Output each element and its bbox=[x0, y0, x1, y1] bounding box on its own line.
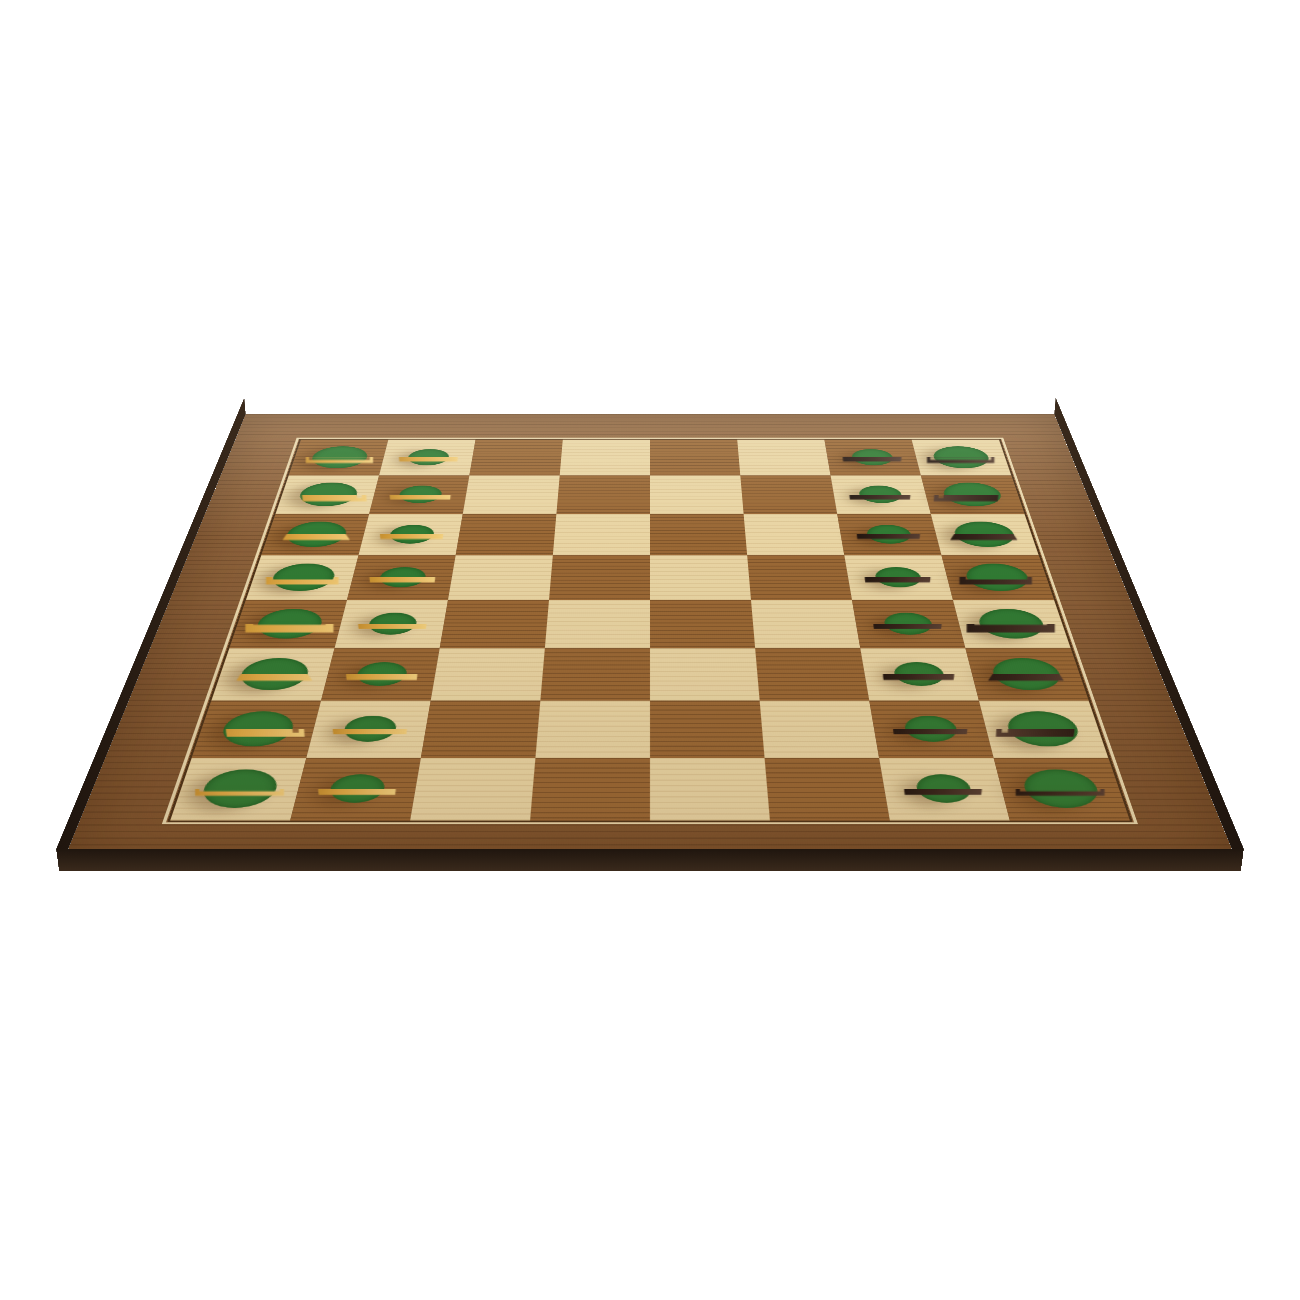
square-d6[interactable] bbox=[747, 555, 852, 600]
square-h4[interactable] bbox=[530, 758, 650, 821]
square-h6[interactable] bbox=[765, 758, 890, 821]
square-d5[interactable] bbox=[650, 555, 751, 600]
chessboard: ♜♟♟♜♞♟♟♞♝♟♟♝♛♟♟♛♚♟♟♚♝♟♟♝♞♟♟♞♜♟♟♜ bbox=[59, 414, 1241, 871]
square-b5[interactable] bbox=[650, 476, 744, 514]
square-g5[interactable] bbox=[650, 701, 765, 758]
square-e5[interactable] bbox=[650, 600, 755, 648]
square-c3[interactable] bbox=[456, 514, 557, 555]
square-b3[interactable] bbox=[463, 476, 560, 514]
square-h5[interactable] bbox=[650, 758, 770, 821]
square-g4[interactable] bbox=[535, 701, 650, 758]
square-g3[interactable] bbox=[421, 701, 540, 758]
square-a3[interactable] bbox=[469, 440, 562, 476]
square-h3[interactable] bbox=[410, 758, 535, 821]
square-f3[interactable] bbox=[431, 648, 545, 700]
chessboard-scene: ♜♟♟♜♞♟♟♞♝♟♟♝♛♟♟♛♚♟♟♚♝♟♟♝♞♟♟♞♜♟♟♜ bbox=[0, 0, 1300, 1300]
square-d3[interactable] bbox=[448, 555, 553, 600]
square-h8[interactable]: ♜ bbox=[994, 758, 1130, 821]
square-c6[interactable] bbox=[744, 514, 845, 555]
square-f5[interactable] bbox=[650, 648, 760, 700]
product-photo: ♜♟♟♜♞♟♟♞♝♟♟♝♛♟♟♛♚♟♟♚♝♟♟♝♞♟♟♞♜♟♟♜ bbox=[0, 0, 1300, 1300]
square-a5[interactable] bbox=[650, 440, 740, 476]
square-d4[interactable] bbox=[549, 555, 650, 600]
square-e6[interactable] bbox=[751, 600, 860, 648]
square-g6[interactable] bbox=[760, 701, 879, 758]
square-a4[interactable] bbox=[560, 440, 650, 476]
board-field: ♜♟♟♜♞♟♟♞♝♟♟♝♛♟♟♛♚♟♟♚♝♟♟♝♞♟♟♞♜♟♟♜ bbox=[167, 439, 1132, 822]
square-b4[interactable] bbox=[556, 476, 650, 514]
square-f6[interactable] bbox=[755, 648, 869, 700]
square-c5[interactable] bbox=[650, 514, 747, 555]
board-top-surface: ♜♟♟♜♞♟♟♞♝♟♟♝♛♟♟♛♚♟♟♚♝♟♟♝♞♟♟♞♜♟♟♜ bbox=[59, 414, 1241, 871]
square-e4[interactable] bbox=[545, 600, 650, 648]
square-e3[interactable] bbox=[440, 600, 549, 648]
square-f4[interactable] bbox=[540, 648, 650, 700]
square-b6[interactable] bbox=[740, 476, 837, 514]
square-h2[interactable]: ♟ bbox=[290, 758, 421, 821]
square-a6[interactable] bbox=[737, 440, 830, 476]
board-front-edge bbox=[56, 849, 1244, 872]
square-h1[interactable]: ♜ bbox=[170, 758, 306, 821]
square-c4[interactable] bbox=[553, 514, 650, 555]
